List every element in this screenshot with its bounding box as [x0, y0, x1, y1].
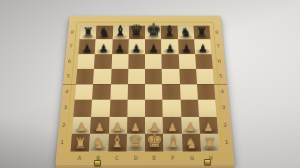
black-pawn: ♟ [132, 42, 142, 53]
square-c7[interactable]: ♟ [112, 40, 129, 54]
square-d7[interactable]: ♟ [128, 40, 145, 54]
square-a2[interactable]: ♟ [72, 116, 91, 133]
rank-label-left-4: 4 [65, 89, 69, 94]
white-queen: ♛ [128, 133, 143, 150]
square-b3[interactable] [91, 100, 110, 117]
white-pawn: ♟ [204, 121, 214, 133]
rank-label-left-3: 3 [64, 106, 68, 111]
black-pawn: ♟ [198, 42, 208, 53]
square-a1[interactable]: ♜ [71, 134, 91, 152]
square-c1[interactable]: ♝ [108, 134, 127, 152]
square-b8[interactable]: ♞ [96, 26, 113, 40]
square-g8[interactable]: ♞ [177, 26, 194, 40]
rank-label-right-7: 7 [217, 44, 220, 48]
square-h2[interactable]: ♟ [199, 116, 218, 133]
black-king: ♚ [146, 22, 161, 39]
square-h4[interactable] [197, 84, 216, 100]
black-knight: ♞ [99, 26, 110, 38]
square-c5[interactable] [111, 69, 129, 84]
square-c8[interactable]: ♝ [112, 26, 129, 40]
square-d1[interactable]: ♛ [126, 134, 145, 152]
square-c3[interactable] [109, 100, 127, 117]
rank-label-right-6: 6 [218, 59, 221, 63]
square-f7[interactable]: ♟ [161, 40, 178, 54]
white-bishop: ♝ [110, 134, 124, 150]
rank-label-right-3: 3 [222, 106, 226, 111]
square-b4[interactable] [92, 84, 110, 100]
white-knight: ♞ [185, 136, 198, 150]
rank-label-left-8: 8 [71, 30, 74, 34]
square-h5[interactable] [196, 69, 214, 84]
chess-board: ♜♞♝♛♚♝♞♜♟♟♟♟♟♟♟♟♟♟♟♟♟♟♟♟♜♞♝♛♚♝♞♜ 8765432… [55, 16, 235, 166]
square-b1[interactable]: ♞ [89, 134, 108, 152]
rank-label-right-4: 4 [220, 89, 224, 94]
square-e5[interactable] [145, 69, 162, 84]
square-f8[interactable]: ♝ [161, 26, 178, 40]
square-a7[interactable]: ♟ [78, 40, 96, 54]
black-pawn: ♟ [165, 42, 175, 53]
square-e6[interactable] [145, 54, 162, 69]
square-f6[interactable] [162, 54, 179, 69]
square-g6[interactable] [178, 54, 196, 69]
playing-area: ♜♞♝♛♚♝♞♜♟♟♟♟♟♟♟♟♟♟♟♟♟♟♟♟♜♞♝♛♚♝♞♜ [71, 26, 220, 152]
white-pawn: ♟ [185, 121, 195, 133]
rank-label-right-5: 5 [219, 74, 223, 78]
square-h6[interactable] [195, 54, 213, 69]
square-a3[interactable] [73, 100, 92, 117]
square-b5[interactable] [93, 69, 111, 84]
black-pawn: ♟ [115, 42, 125, 53]
file-label-f: F [171, 156, 174, 161]
rank-label-left-2: 2 [62, 122, 66, 127]
square-g3[interactable] [180, 100, 199, 117]
black-queen: ♛ [130, 24, 144, 39]
square-f2[interactable]: ♟ [163, 116, 182, 133]
white-rook: ♜ [74, 136, 87, 150]
rank-label-left-6: 6 [68, 59, 71, 63]
photo-backdrop: ♜♞♝♛♚♝♞♜♟♟♟♟♟♟♟♟♟♟♟♟♟♟♟♟♜♞♝♛♚♝♞♜ 8765432… [0, 0, 300, 168]
brass-hinge-right [204, 159, 211, 165]
rank-label-right-1: 1 [225, 140, 229, 145]
square-e4[interactable] [145, 84, 163, 100]
square-e8[interactable]: ♚ [145, 26, 161, 40]
square-d3[interactable] [127, 100, 145, 117]
file-label-g: G [190, 156, 194, 161]
brass-hinge-left [94, 160, 101, 166]
square-g7[interactable]: ♟ [178, 40, 195, 54]
square-c6[interactable] [111, 54, 128, 69]
square-a6[interactable] [77, 54, 95, 69]
square-d8[interactable]: ♛ [129, 26, 145, 40]
white-pawn: ♟ [76, 121, 86, 133]
square-e7[interactable]: ♟ [145, 40, 162, 54]
square-c4[interactable] [110, 84, 128, 100]
square-g2[interactable]: ♟ [181, 116, 200, 133]
square-b6[interactable] [94, 54, 112, 69]
rank-label-right-8: 8 [215, 30, 218, 34]
rank-label-left-5: 5 [67, 74, 71, 78]
black-bishop: ♝ [163, 25, 176, 39]
square-e3[interactable] [145, 100, 163, 117]
file-label-d: D [134, 156, 138, 161]
black-rook: ♜ [82, 26, 93, 38]
square-d4[interactable] [127, 84, 145, 100]
file-label-a: A [77, 156, 81, 161]
square-f5[interactable] [162, 69, 180, 84]
white-rook: ♜ [204, 136, 217, 150]
square-g1[interactable]: ♞ [181, 134, 200, 152]
file-label-e: E [153, 156, 157, 161]
white-pawn: ♟ [167, 121, 177, 133]
white-pawn: ♟ [94, 121, 104, 133]
rank-label-left-1: 1 [60, 140, 64, 145]
square-b2[interactable]: ♟ [90, 116, 109, 133]
square-h3[interactable] [198, 100, 217, 117]
square-f3[interactable] [163, 100, 181, 117]
square-b7[interactable]: ♟ [95, 40, 112, 54]
square-e1[interactable]: ♚ [145, 134, 164, 152]
black-pawn: ♟ [82, 42, 92, 53]
square-f4[interactable] [162, 84, 180, 100]
square-f1[interactable]: ♝ [163, 134, 182, 152]
square-h8[interactable]: ♜ [193, 26, 210, 40]
rank-label-right-2: 2 [223, 122, 227, 127]
white-pawn: ♟ [112, 121, 122, 133]
square-g5[interactable] [179, 69, 197, 84]
black-pawn: ♟ [182, 42, 192, 53]
black-bishop: ♝ [114, 25, 127, 39]
black-knight: ♞ [180, 26, 191, 38]
file-label-c: C [115, 156, 119, 161]
square-d6[interactable] [128, 54, 145, 69]
black-rook: ♜ [197, 26, 208, 38]
square-a5[interactable] [76, 69, 94, 84]
square-a8[interactable]: ♜ [80, 26, 97, 40]
square-d5[interactable] [128, 69, 145, 84]
white-bishop: ♝ [166, 134, 180, 150]
white-knight: ♞ [92, 136, 105, 150]
square-a4[interactable] [75, 84, 94, 100]
square-c2[interactable]: ♟ [109, 116, 128, 133]
square-h7[interactable]: ♟ [194, 40, 212, 54]
square-g4[interactable] [180, 84, 198, 100]
square-h1[interactable]: ♜ [200, 134, 220, 152]
black-pawn: ♟ [149, 42, 159, 53]
white-king: ♚ [146, 131, 163, 150]
rank-label-left-7: 7 [69, 44, 72, 48]
black-pawn: ♟ [99, 42, 109, 53]
